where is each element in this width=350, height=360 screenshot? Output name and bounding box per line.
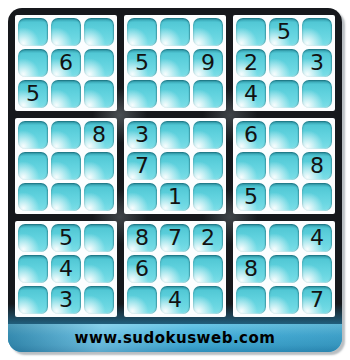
cell-r5c3[interactable]	[84, 152, 114, 180]
cell-r7c1[interactable]	[18, 224, 48, 252]
cell-r1c1[interactable]	[18, 18, 48, 46]
cell-r5c6[interactable]	[193, 152, 223, 180]
box-1-3: 5234	[233, 15, 335, 111]
box-2-2: 371	[124, 118, 226, 214]
cell-r9c8[interactable]	[269, 286, 299, 314]
cell-r9c4[interactable]	[127, 286, 157, 314]
box-1-2: 59	[124, 15, 226, 111]
cell-r9c9[interactable]: 7	[302, 286, 332, 314]
cell-r1c5[interactable]	[160, 18, 190, 46]
cell-r2c5[interactable]	[160, 49, 190, 77]
cell-r7c7[interactable]	[236, 224, 266, 252]
cell-r5c8[interactable]	[269, 152, 299, 180]
cell-r3c2[interactable]	[51, 80, 81, 108]
cell-r1c4[interactable]	[127, 18, 157, 46]
cell-r5c1[interactable]	[18, 152, 48, 180]
cell-r5c4[interactable]: 7	[127, 152, 157, 180]
cell-r1c7[interactable]	[236, 18, 266, 46]
cell-r6c5[interactable]: 1	[160, 183, 190, 211]
cell-r6c6[interactable]	[193, 183, 223, 211]
cell-r7c5[interactable]: 7	[160, 224, 190, 252]
cell-r8c3[interactable]	[84, 255, 114, 283]
footer-bar: www.sudokusweb.com	[8, 324, 342, 352]
cell-r9c2[interactable]: 3	[51, 286, 81, 314]
cell-r4c5[interactable]	[160, 121, 190, 149]
cell-r7c6[interactable]: 2	[193, 224, 223, 252]
cell-r2c2[interactable]: 6	[51, 49, 81, 77]
cell-r6c7[interactable]: 5	[236, 183, 266, 211]
box-1-1: 65	[15, 15, 117, 111]
cell-r2c6[interactable]: 9	[193, 49, 223, 77]
sudoku-board-frame: 65595234837168554387264487 www.sudokuswe…	[8, 8, 342, 352]
box-3-2: 87264	[124, 221, 226, 317]
cell-r8c1[interactable]	[18, 255, 48, 283]
cell-r4c1[interactable]	[18, 121, 48, 149]
cell-r9c7[interactable]	[236, 286, 266, 314]
cell-r8c4[interactable]: 6	[127, 255, 157, 283]
cell-r3c3[interactable]	[84, 80, 114, 108]
cell-r8c9[interactable]	[302, 255, 332, 283]
cell-r2c1[interactable]	[18, 49, 48, 77]
cell-r3c7[interactable]: 4	[236, 80, 266, 108]
sudoku-board: 65595234837168554387264487	[8, 8, 342, 324]
cell-r8c7[interactable]: 8	[236, 255, 266, 283]
cell-r4c2[interactable]	[51, 121, 81, 149]
cell-r7c9[interactable]: 4	[302, 224, 332, 252]
cell-r1c9[interactable]	[302, 18, 332, 46]
box-2-1: 8	[15, 118, 117, 214]
cell-r3c6[interactable]	[193, 80, 223, 108]
cell-r3c5[interactable]	[160, 80, 190, 108]
cell-r1c6[interactable]	[193, 18, 223, 46]
cell-r8c8[interactable]	[269, 255, 299, 283]
cell-r5c5[interactable]	[160, 152, 190, 180]
box-3-1: 543	[15, 221, 117, 317]
cell-r1c2[interactable]	[51, 18, 81, 46]
cell-r6c2[interactable]	[51, 183, 81, 211]
box-3-3: 487	[233, 221, 335, 317]
cell-r8c2[interactable]: 4	[51, 255, 81, 283]
cell-r4c9[interactable]	[302, 121, 332, 149]
cell-r6c9[interactable]	[302, 183, 332, 211]
cell-r8c6[interactable]	[193, 255, 223, 283]
cell-r9c6[interactable]	[193, 286, 223, 314]
cell-r5c7[interactable]	[236, 152, 266, 180]
cell-r5c2[interactable]	[51, 152, 81, 180]
cell-r4c3[interactable]: 8	[84, 121, 114, 149]
cell-r1c8[interactable]: 5	[269, 18, 299, 46]
cell-r3c1[interactable]: 5	[18, 80, 48, 108]
cell-r4c4[interactable]: 3	[127, 121, 157, 149]
cell-r7c2[interactable]: 5	[51, 224, 81, 252]
cell-r3c8[interactable]	[269, 80, 299, 108]
cell-r2c4[interactable]: 5	[127, 49, 157, 77]
cell-r1c3[interactable]	[84, 18, 114, 46]
cell-r9c5[interactable]: 4	[160, 286, 190, 314]
cell-r5c9[interactable]: 8	[302, 152, 332, 180]
cell-r6c4[interactable]	[127, 183, 157, 211]
cell-r3c4[interactable]	[127, 80, 157, 108]
cell-r4c8[interactable]	[269, 121, 299, 149]
cell-r8c5[interactable]	[160, 255, 190, 283]
cell-r7c4[interactable]: 8	[127, 224, 157, 252]
cell-r6c3[interactable]	[84, 183, 114, 211]
cell-r6c1[interactable]	[18, 183, 48, 211]
site-url: www.sudokusweb.com	[75, 329, 276, 347]
cell-r2c7[interactable]: 2	[236, 49, 266, 77]
cell-r2c3[interactable]	[84, 49, 114, 77]
cell-r6c8[interactable]	[269, 183, 299, 211]
cell-r4c6[interactable]	[193, 121, 223, 149]
cell-r9c3[interactable]	[84, 286, 114, 314]
box-2-3: 685	[233, 118, 335, 214]
cell-r9c1[interactable]	[18, 286, 48, 314]
cell-r4c7[interactable]: 6	[236, 121, 266, 149]
cell-r3c9[interactable]	[302, 80, 332, 108]
cell-r2c8[interactable]	[269, 49, 299, 77]
cell-r7c8[interactable]	[269, 224, 299, 252]
cell-r2c9[interactable]: 3	[302, 49, 332, 77]
cell-r7c3[interactable]	[84, 224, 114, 252]
